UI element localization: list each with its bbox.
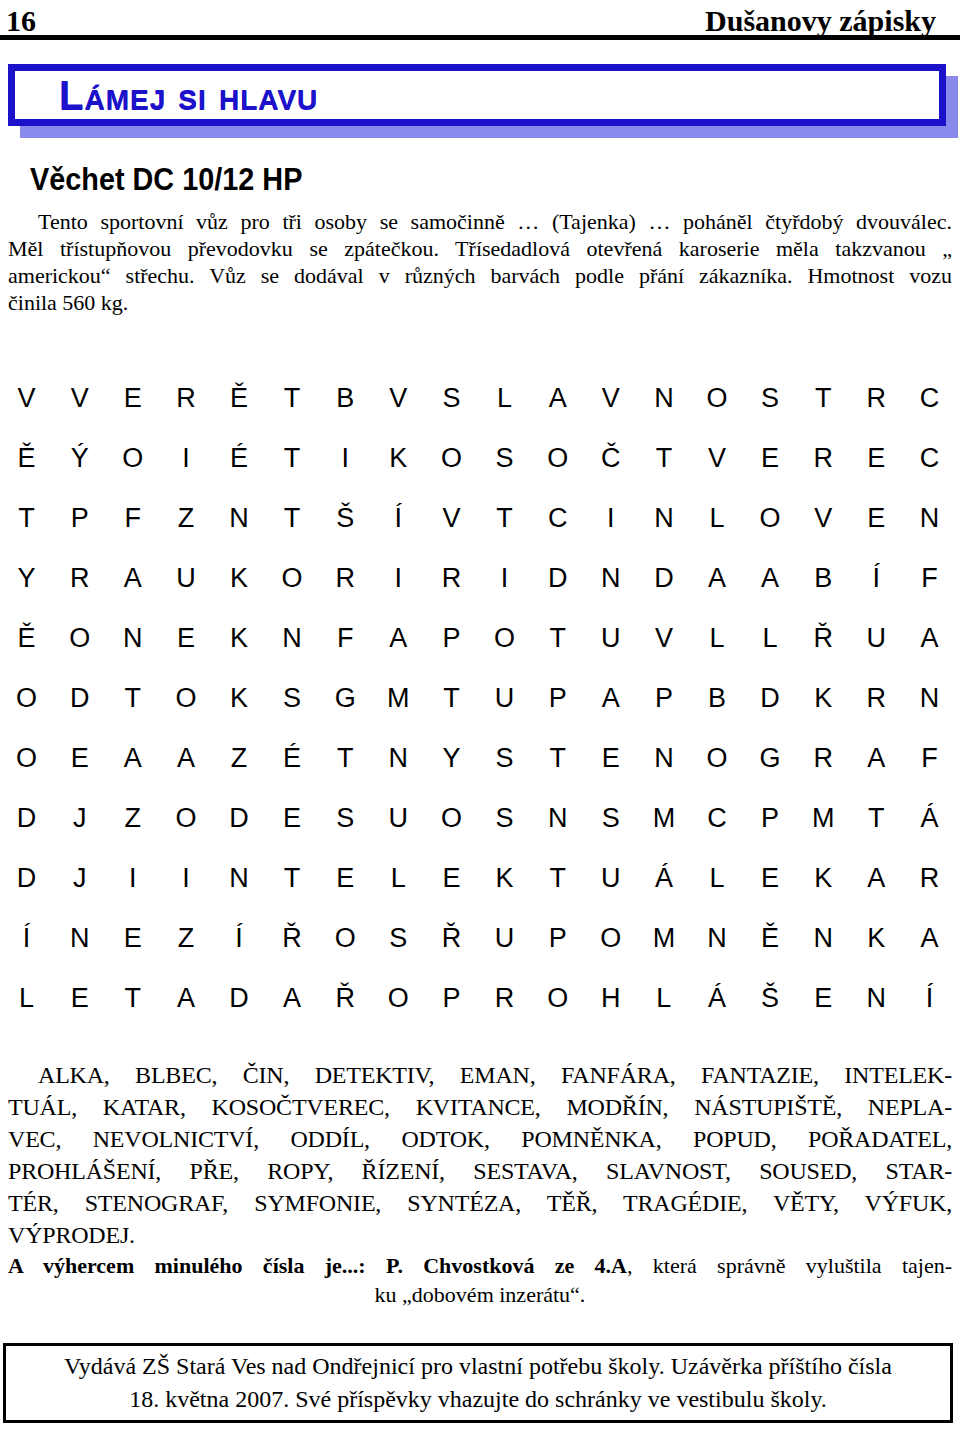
grid-cell-r5c9: P xyxy=(425,608,478,668)
grid-cell-r3c4: Z xyxy=(159,488,212,548)
banner: Lámej si hlavu xyxy=(8,64,946,126)
grid-cell-r11c7: Ř xyxy=(319,968,372,1028)
word-list-line: TUÁL, KATAR, KOSOČTVEREC, KVITANCE, MODŘ… xyxy=(8,1091,952,1123)
grid-cell-r3c2: P xyxy=(53,488,106,548)
grid-cell-r6c12: A xyxy=(584,668,637,728)
grid-cell-r5c14: L xyxy=(690,608,743,668)
grid-cell-r11c5: D xyxy=(212,968,265,1028)
grid-cell-r7c14: O xyxy=(690,728,743,788)
grid-cell-r8c9: O xyxy=(425,788,478,848)
grid-cell-r5c13: V xyxy=(637,608,690,668)
grid-cell-r11c17: N xyxy=(850,968,903,1028)
grid-cell-r5c17: U xyxy=(850,608,903,668)
grid-cell-r7c3: A xyxy=(106,728,159,788)
grid-cell-r4c9: R xyxy=(425,548,478,608)
grid-cell-r8c1: D xyxy=(0,788,53,848)
grid-cell-r1c2: V xyxy=(53,368,106,428)
grid-cell-r9c13: Á xyxy=(637,848,690,908)
grid-cell-r9c8: L xyxy=(372,848,425,908)
grid-cell-r5c8: A xyxy=(372,608,425,668)
grid-cell-r1c16: T xyxy=(797,368,850,428)
grid-cell-r6c16: K xyxy=(797,668,850,728)
grid-cell-r7c8: N xyxy=(372,728,425,788)
grid-cell-r4c6: O xyxy=(266,548,319,608)
word-list-line: VEC, NEVOLNICTVÍ, ODDÍL, ODTOK, POMNĚNKA… xyxy=(8,1123,952,1155)
header-rule xyxy=(0,35,960,40)
grid-cell-r2c15: E xyxy=(744,428,797,488)
grid-cell-r7c12: E xyxy=(584,728,637,788)
grid-cell-r7c9: Y xyxy=(425,728,478,788)
grid-cell-r4c18: F xyxy=(903,548,956,608)
grid-cell-r2c5: É xyxy=(212,428,265,488)
grid-cell-r6c9: T xyxy=(425,668,478,728)
grid-cell-r9c6: T xyxy=(266,848,319,908)
grid-cell-r6c11: P xyxy=(531,668,584,728)
grid-cell-r6c3: T xyxy=(106,668,159,728)
grid-cell-r1c14: O xyxy=(690,368,743,428)
grid-cell-r8c17: T xyxy=(850,788,903,848)
imprint-box: Vydává ZŠ Stará Ves nad Ondřejnicí pro v… xyxy=(3,1343,953,1423)
grid-cell-r8c2: J xyxy=(53,788,106,848)
grid-cell-r2c11: O xyxy=(531,428,584,488)
grid-cell-r9c4: I xyxy=(159,848,212,908)
grid-cell-r4c14: A xyxy=(690,548,743,608)
grid-cell-r4c8: I xyxy=(372,548,425,608)
grid-cell-r8c16: M xyxy=(797,788,850,848)
grid-cell-r4c12: N xyxy=(584,548,637,608)
grid-cell-r3c3: F xyxy=(106,488,159,548)
grid-cell-r10c18: A xyxy=(903,908,956,968)
grid-cell-r3c18: N xyxy=(903,488,956,548)
grid-cell-r6c14: B xyxy=(690,668,743,728)
grid-cell-r10c11: P xyxy=(531,908,584,968)
grid-cell-r3c8: Í xyxy=(372,488,425,548)
grid-cell-r8c14: C xyxy=(690,788,743,848)
grid-cell-r6c17: R xyxy=(850,668,903,728)
grid-cell-r10c1: Í xyxy=(0,908,53,968)
grid-cell-r11c6: A xyxy=(266,968,319,1028)
grid-cell-r9c7: E xyxy=(319,848,372,908)
grid-cell-r2c6: T xyxy=(266,428,319,488)
grid-cell-r11c8: O xyxy=(372,968,425,1028)
grid-cell-r5c18: A xyxy=(903,608,956,668)
grid-cell-r3c14: L xyxy=(690,488,743,548)
grid-cell-r9c1: D xyxy=(0,848,53,908)
intro-line: Měl třístupňovou převodovku se zpátečkou… xyxy=(8,235,952,262)
grid-cell-r11c4: A xyxy=(159,968,212,1028)
grid-cell-r11c18: Í xyxy=(903,968,956,1028)
grid-cell-r5c15: L xyxy=(744,608,797,668)
grid-cell-r2c4: I xyxy=(159,428,212,488)
intro-line: Tento sportovní vůz pro tři osoby se sam… xyxy=(8,208,952,235)
grid-cell-r6c1: O xyxy=(0,668,53,728)
page-number: 16 xyxy=(6,4,36,38)
grid-cell-r10c7: O xyxy=(319,908,372,968)
grid-cell-r5c3: N xyxy=(106,608,159,668)
grid-cell-r2c10: S xyxy=(478,428,531,488)
grid-cell-r4c7: R xyxy=(319,548,372,608)
grid-cell-r1c12: V xyxy=(584,368,637,428)
grid-cell-r4c11: D xyxy=(531,548,584,608)
grid-cell-r7c10: S xyxy=(478,728,531,788)
grid-cell-r5c1: Ě xyxy=(0,608,53,668)
grid-cell-r10c14: N xyxy=(690,908,743,968)
word-list-line: ALKA, BLBEC, ČIN, DETEKTIV, EMAN, FANFÁR… xyxy=(8,1059,952,1091)
grid-cell-r7c17: A xyxy=(850,728,903,788)
grid-cell-r3c17: E xyxy=(850,488,903,548)
grid-cell-r4c17: Í xyxy=(850,548,903,608)
grid-cell-r6c2: D xyxy=(53,668,106,728)
grid-cell-r5c6: N xyxy=(266,608,319,668)
grid-cell-r4c16: B xyxy=(797,548,850,608)
grid-cell-r2c13: T xyxy=(637,428,690,488)
grid-cell-r7c2: E xyxy=(53,728,106,788)
grid-cell-r8c6: E xyxy=(266,788,319,848)
intro-line: činila 560 kg. xyxy=(8,289,952,316)
grid-cell-r1c5: Ě xyxy=(212,368,265,428)
grid-cell-r1c9: S xyxy=(425,368,478,428)
grid-cell-r3c12: I xyxy=(584,488,637,548)
grid-cell-r9c2: J xyxy=(53,848,106,908)
puzzle-title: Věchet DC 10/12 HP xyxy=(30,162,302,198)
grid-cell-r9c12: U xyxy=(584,848,637,908)
winner-announcement: A výhercem minulého čísla je...: P. Chvo… xyxy=(8,1251,952,1309)
grid-cell-r6c8: M xyxy=(372,668,425,728)
grid-cell-r10c10: U xyxy=(478,908,531,968)
grid-cell-r1c18: C xyxy=(903,368,956,428)
grid-cell-r6c4: O xyxy=(159,668,212,728)
grid-cell-r7c11: T xyxy=(531,728,584,788)
grid-cell-r2c12: Č xyxy=(584,428,637,488)
grid-cell-r8c18: Á xyxy=(903,788,956,848)
grid-cell-r7c16: R xyxy=(797,728,850,788)
winner-lead: A výhercem minulého čísla je...: P. Chvo… xyxy=(8,1253,627,1278)
grid-cell-r4c10: I xyxy=(478,548,531,608)
grid-cell-r4c1: Y xyxy=(0,548,53,608)
newsletter-page: { "header": { "page_number": "16", "mast… xyxy=(0,0,960,1429)
grid-cell-r8c7: S xyxy=(319,788,372,848)
grid-cell-r10c16: N xyxy=(797,908,850,968)
grid-cell-r2c2: Ý xyxy=(53,428,106,488)
grid-cell-r6c6: S xyxy=(266,668,319,728)
grid-cell-r1c17: R xyxy=(850,368,903,428)
grid-cell-r8c4: O xyxy=(159,788,212,848)
word-list-line: PROHLÁŠENÍ, PŘE, ROPY, ŘÍZENÍ, SESTAVA, … xyxy=(8,1155,952,1187)
grid-cell-r1c8: V xyxy=(372,368,425,428)
grid-cell-r5c10: O xyxy=(478,608,531,668)
grid-cell-r10c13: M xyxy=(637,908,690,968)
grid-cell-r11c2: E xyxy=(53,968,106,1028)
intro-paragraph: Tento sportovní vůz pro tři osoby se sam… xyxy=(8,208,952,316)
grid-cell-r8c11: N xyxy=(531,788,584,848)
grid-cell-r4c3: A xyxy=(106,548,159,608)
grid-cell-r1c15: S xyxy=(744,368,797,428)
imprint-line: 18. května 2007. Své příspěvky vhazujte … xyxy=(6,1383,950,1416)
grid-cell-r4c15: A xyxy=(744,548,797,608)
word-list-line: VÝPRODEJ. xyxy=(8,1219,952,1251)
grid-cell-r2c7: I xyxy=(319,428,372,488)
grid-cell-r4c2: R xyxy=(53,548,106,608)
grid-cell-r7c13: N xyxy=(637,728,690,788)
grid-cell-r11c11: O xyxy=(531,968,584,1028)
grid-cell-r9c11: T xyxy=(531,848,584,908)
grid-cell-r9c17: A xyxy=(850,848,903,908)
grid-cell-r1c11: A xyxy=(531,368,584,428)
grid-cell-r6c5: K xyxy=(212,668,265,728)
grid-cell-r8c8: U xyxy=(372,788,425,848)
grid-cell-r9c18: R xyxy=(903,848,956,908)
grid-cell-r7c6: É xyxy=(266,728,319,788)
grid-cell-r11c10: R xyxy=(478,968,531,1028)
grid-cell-r8c13: M xyxy=(637,788,690,848)
grid-cell-r2c14: V xyxy=(690,428,743,488)
word-list-line: TÉR, STENOGRAF, SYMFONIE, SYNTÉZA, TĚŘ, … xyxy=(8,1187,952,1219)
grid-cell-r6c18: N xyxy=(903,668,956,728)
grid-cell-r5c4: E xyxy=(159,608,212,668)
grid-cell-r3c6: T xyxy=(266,488,319,548)
grid-cell-r9c15: E xyxy=(744,848,797,908)
grid-cell-r3c1: T xyxy=(0,488,53,548)
grid-cell-r10c17: K xyxy=(850,908,903,968)
grid-cell-r4c5: K xyxy=(212,548,265,608)
grid-cell-r3c10: T xyxy=(478,488,531,548)
grid-cell-r10c2: N xyxy=(53,908,106,968)
grid-cell-r11c16: E xyxy=(797,968,850,1028)
grid-cell-r1c6: T xyxy=(266,368,319,428)
grid-cell-r7c4: A xyxy=(159,728,212,788)
grid-cell-r9c10: K xyxy=(478,848,531,908)
grid-cell-r3c7: Š xyxy=(319,488,372,548)
grid-cell-r5c16: Ř xyxy=(797,608,850,668)
grid-cell-r10c4: Z xyxy=(159,908,212,968)
grid-cell-r5c7: F xyxy=(319,608,372,668)
grid-cell-r11c15: Š xyxy=(744,968,797,1028)
grid-cell-r11c1: L xyxy=(0,968,53,1028)
winner-line-2: ku „dobovém inzerátu“. xyxy=(8,1280,952,1309)
grid-cell-r6c10: U xyxy=(478,668,531,728)
grid-cell-r4c4: U xyxy=(159,548,212,608)
grid-cell-r3c16: V xyxy=(797,488,850,548)
grid-cell-r3c13: N xyxy=(637,488,690,548)
grid-cell-r9c14: L xyxy=(690,848,743,908)
grid-cell-r2c18: C xyxy=(903,428,956,488)
grid-cell-r9c5: N xyxy=(212,848,265,908)
grid-cell-r10c15: Ě xyxy=(744,908,797,968)
grid-cell-r6c13: P xyxy=(637,668,690,728)
grid-cell-r6c7: G xyxy=(319,668,372,728)
grid-cell-r11c12: H xyxy=(584,968,637,1028)
grid-cell-r1c7: B xyxy=(319,368,372,428)
grid-cell-r8c5: D xyxy=(212,788,265,848)
grid-cell-r8c3: Z xyxy=(106,788,159,848)
grid-cell-r9c16: K xyxy=(797,848,850,908)
grid-cell-r7c5: Z xyxy=(212,728,265,788)
winner-rest: , která správně vyluštila tajen- xyxy=(627,1253,952,1278)
grid-cell-r11c3: T xyxy=(106,968,159,1028)
grid-cell-r11c13: L xyxy=(637,968,690,1028)
grid-cell-r7c1: O xyxy=(0,728,53,788)
grid-cell-r3c15: O xyxy=(744,488,797,548)
winner-line: A výhercem minulého čísla je...: P. Chvo… xyxy=(8,1251,952,1280)
grid-cell-r7c15: G xyxy=(744,728,797,788)
grid-cell-r2c16: R xyxy=(797,428,850,488)
grid-cell-r10c8: S xyxy=(372,908,425,968)
grid-cell-r1c13: N xyxy=(637,368,690,428)
banner-title: Lámej si hlavu xyxy=(59,75,318,115)
word-search-grid: VVERĚTBVSLAVNOSTRCĚÝOIÉTIKOSOČTVERECTPFZ… xyxy=(0,368,956,1028)
grid-cell-r3c5: N xyxy=(212,488,265,548)
grid-cell-r11c14: Á xyxy=(690,968,743,1028)
grid-cell-r5c5: K xyxy=(212,608,265,668)
grid-cell-r5c2: O xyxy=(53,608,106,668)
grid-cell-r2c9: O xyxy=(425,428,478,488)
grid-cell-r2c8: K xyxy=(372,428,425,488)
grid-cell-r3c9: V xyxy=(425,488,478,548)
grid-cell-r10c3: E xyxy=(106,908,159,968)
masthead: Dušanovy zápisky xyxy=(705,4,936,38)
grid-cell-r2c17: E xyxy=(850,428,903,488)
grid-cell-r1c3: E xyxy=(106,368,159,428)
grid-cell-r11c9: P xyxy=(425,968,478,1028)
grid-cell-r5c11: T xyxy=(531,608,584,668)
grid-cell-r2c1: Ě xyxy=(0,428,53,488)
grid-cell-r2c3: O xyxy=(106,428,159,488)
grid-cell-r6c15: D xyxy=(744,668,797,728)
intro-line: americkou“ střechu. Vůz se dodával v růz… xyxy=(8,262,952,289)
grid-cell-r9c9: E xyxy=(425,848,478,908)
grid-cell-r7c7: T xyxy=(319,728,372,788)
grid-cell-r1c4: R xyxy=(159,368,212,428)
word-list: ALKA, BLBEC, ČIN, DETEKTIV, EMAN, FANFÁR… xyxy=(8,1059,952,1251)
grid-cell-r3c11: C xyxy=(531,488,584,548)
grid-cell-r10c6: Ř xyxy=(266,908,319,968)
grid-cell-r10c9: Ř xyxy=(425,908,478,968)
grid-cell-r4c13: D xyxy=(637,548,690,608)
grid-cell-r8c15: P xyxy=(744,788,797,848)
grid-cell-r8c10: S xyxy=(478,788,531,848)
grid-cell-r10c12: O xyxy=(584,908,637,968)
grid-cell-r7c18: F xyxy=(903,728,956,788)
grid-cell-r9c3: I xyxy=(106,848,159,908)
grid-cell-r10c5: Í xyxy=(212,908,265,968)
grid-cell-r1c1: V xyxy=(0,368,53,428)
grid-cell-r8c12: S xyxy=(584,788,637,848)
grid-cell-r1c10: L xyxy=(478,368,531,428)
grid-cell-r5c12: U xyxy=(584,608,637,668)
imprint-line: Vydává ZŠ Stará Ves nad Ondřejnicí pro v… xyxy=(6,1350,950,1383)
